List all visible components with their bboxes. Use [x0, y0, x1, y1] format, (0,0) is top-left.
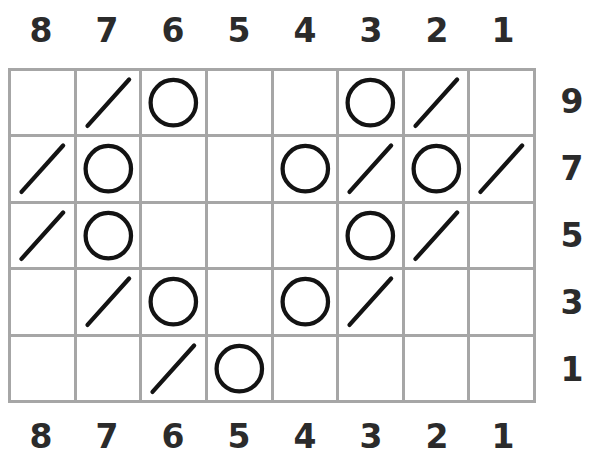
row-label-7: 7 — [561, 152, 584, 185]
decrease-icon — [405, 71, 468, 134]
column-label-bottom-2: 2 — [426, 420, 449, 453]
cell-r3-c6 — [142, 270, 205, 333]
cell-r9-c2 — [405, 71, 468, 134]
cell-r9-c7 — [77, 71, 140, 134]
row-label-1: 1 — [561, 353, 584, 386]
column-label-top-1: 1 — [492, 14, 515, 47]
cell-r5-c4 — [274, 204, 337, 267]
cell-r1-c6 — [142, 337, 205, 400]
column-labels-top: 87654321 — [8, 4, 536, 56]
cell-r3-c5 — [208, 270, 271, 333]
column-label-top-8: 8 — [30, 14, 53, 47]
cell-r5-c2 — [405, 204, 468, 267]
column-label-bottom-1: 1 — [492, 420, 515, 453]
column-label-bottom-8: 8 — [30, 420, 53, 453]
cell-r1-c7 — [77, 337, 140, 400]
cell-r3-c2 — [405, 270, 468, 333]
decrease-icon — [339, 137, 402, 200]
cell-r5-c8 — [11, 204, 74, 267]
yarn-over-icon — [274, 137, 337, 200]
chart-grid — [8, 68, 536, 403]
cell-r9-c8 — [11, 71, 74, 134]
cell-r1-c1 — [470, 337, 533, 400]
column-label-top-6: 6 — [162, 14, 185, 47]
column-label-top-2: 2 — [426, 14, 449, 47]
row-labels: 97531 — [550, 68, 594, 403]
yarn-over-icon — [339, 204, 402, 267]
column-labels-bottom: 87654321 — [8, 412, 536, 460]
cell-r7-c1 — [470, 137, 533, 200]
yarn-over-icon — [405, 137, 468, 200]
column-label-top-5: 5 — [228, 14, 251, 47]
cell-r7-c8 — [11, 137, 74, 200]
cell-r9-c3 — [339, 71, 402, 134]
cell-r7-c7 — [77, 137, 140, 200]
yarn-over-icon — [77, 204, 140, 267]
column-label-bottom-4: 4 — [294, 420, 317, 453]
cell-r3-c7 — [77, 270, 140, 333]
cell-r1-c4 — [274, 337, 337, 400]
cell-r9-c6 — [142, 71, 205, 134]
cell-r1-c5 — [208, 337, 271, 400]
column-label-top-4: 4 — [294, 14, 317, 47]
decrease-icon — [77, 71, 140, 134]
yarn-over-icon — [339, 71, 402, 134]
cell-r5-c6 — [142, 204, 205, 267]
column-label-bottom-5: 5 — [228, 420, 251, 453]
cell-r3-c4 — [274, 270, 337, 333]
row-label-9: 9 — [561, 85, 584, 118]
decrease-icon — [405, 204, 468, 267]
column-label-bottom-3: 3 — [360, 420, 383, 453]
yarn-over-icon — [77, 137, 140, 200]
yarn-over-icon — [142, 270, 205, 333]
row-label-3: 3 — [561, 286, 584, 319]
cell-r3-c3 — [339, 270, 402, 333]
cell-r5-c7 — [77, 204, 140, 267]
cell-r3-c8 — [11, 270, 74, 333]
cell-r7-c5 — [208, 137, 271, 200]
yarn-over-icon — [274, 270, 337, 333]
column-label-bottom-6: 6 — [162, 420, 185, 453]
yarn-over-icon — [142, 71, 205, 134]
yarn-over-icon — [208, 337, 271, 400]
cell-r1-c8 — [11, 337, 74, 400]
cell-r9-c1 — [470, 71, 533, 134]
decrease-icon — [339, 270, 402, 333]
cell-r5-c3 — [339, 204, 402, 267]
column-label-bottom-7: 7 — [96, 420, 119, 453]
decrease-icon — [11, 137, 74, 200]
cell-r7-c4 — [274, 137, 337, 200]
cell-r1-c3 — [339, 337, 402, 400]
cell-r7-c2 — [405, 137, 468, 200]
cell-r7-c3 — [339, 137, 402, 200]
decrease-icon — [142, 337, 205, 400]
decrease-icon — [11, 204, 74, 267]
row-label-5: 5 — [561, 219, 584, 252]
cell-r1-c2 — [405, 337, 468, 400]
decrease-icon — [470, 137, 533, 200]
cell-r5-c5 — [208, 204, 271, 267]
cell-r7-c6 — [142, 137, 205, 200]
column-label-top-7: 7 — [96, 14, 119, 47]
cell-r9-c5 — [208, 71, 271, 134]
cell-r3-c1 — [470, 270, 533, 333]
decrease-icon — [77, 270, 140, 333]
cell-r5-c1 — [470, 204, 533, 267]
column-label-top-3: 3 — [360, 14, 383, 47]
knitting-chart: 87654321 97531 87654321 — [0, 0, 597, 465]
cell-r9-c4 — [274, 71, 337, 134]
